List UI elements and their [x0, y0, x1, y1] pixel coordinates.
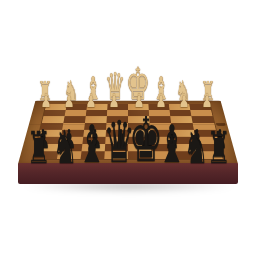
board-square [128, 151, 152, 159]
board-square [174, 151, 199, 159]
board-squares [33, 104, 223, 159]
board-square [194, 130, 218, 137]
board-square [104, 151, 128, 159]
chess-piece-light-q: ♛ [105, 68, 126, 105]
board-square [195, 137, 219, 144]
chess-piece-light-b: ♝ [152, 73, 169, 104]
board-square [81, 151, 105, 159]
board-square [82, 144, 106, 152]
board-square [196, 144, 221, 152]
chess-piece-light-b: ♝ [84, 73, 101, 104]
board-square [150, 130, 173, 137]
board-square [82, 137, 105, 144]
board-square [150, 137, 173, 144]
chess-piece-light-k: ♚ [126, 62, 150, 106]
board-square [105, 144, 128, 152]
board-square [128, 144, 151, 152]
board-square [174, 144, 198, 152]
chess-board [18, 101, 238, 164]
board-square [105, 137, 128, 144]
board-square [35, 144, 60, 152]
board-square [33, 151, 58, 159]
chess-set-photo: ♜♞♝♛♚♝♞♜♟♟♟♟♟♟♟♟♟♟♟♟♟♟♟♟♜♞♝♛♚♝♞♜ [0, 0, 256, 256]
board-square [151, 151, 175, 159]
board-square [151, 144, 175, 152]
board-square [172, 130, 195, 137]
board-square [60, 137, 84, 144]
board-square [83, 130, 106, 137]
board-square [106, 130, 128, 137]
board-square [128, 137, 151, 144]
board-square [61, 130, 84, 137]
board-square [37, 137, 61, 144]
board-square [57, 151, 82, 159]
board-front-edge [18, 163, 238, 184]
board-square [198, 151, 223, 159]
board-square [39, 130, 63, 137]
hinge-clasp [216, 123, 226, 126]
board-square [128, 130, 150, 137]
board-square [173, 137, 197, 144]
fold-seam [29, 124, 227, 125]
board-square [58, 144, 82, 152]
